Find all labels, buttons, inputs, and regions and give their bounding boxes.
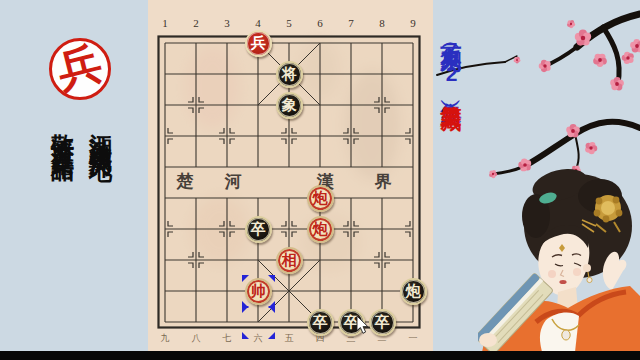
- piece-black-pao[interactable]: 炮: [400, 278, 427, 305]
- puzzle-name-label: 笑里藏刀: [440, 90, 463, 96]
- piece-character: 卒: [251, 222, 266, 237]
- piece-character: 炮: [313, 222, 328, 237]
- series-label: 万集系列（72集）: [440, 30, 463, 90]
- episode-title: 万集系列（72集）笑里藏刀: [437, 30, 465, 345]
- scroll: [478, 273, 554, 352]
- pieces-grid: 兵将象炮卒炮相帅炮卒卒卒: [150, 28, 429, 338]
- gold-flower-ornament: [594, 195, 623, 232]
- piece-character: 象: [282, 98, 297, 113]
- gold-sprig: [582, 220, 596, 232]
- piece-character: 兵: [251, 36, 266, 51]
- hand-holding-scroll: [479, 333, 497, 347]
- piece-red-pao[interactable]: 炮: [307, 216, 334, 243]
- forehead-ornament: [559, 244, 565, 252]
- selection-marker: [245, 309, 272, 336]
- piece-black-zu[interactable]: 卒: [369, 309, 396, 336]
- piece-black-zu[interactable]: 卒: [307, 309, 334, 336]
- jade-hairpin: [538, 190, 558, 205]
- raised-hand: [603, 252, 627, 290]
- piece-black-xiang[interactable]: 象: [276, 92, 303, 119]
- piece-black-zu[interactable]: 卒: [338, 309, 365, 336]
- channel-title-text: 江湖象棋残局天地: [86, 116, 117, 346]
- piece-black-zu[interactable]: 卒: [245, 216, 272, 243]
- soldier-badge-logo: 兵: [49, 38, 111, 100]
- badge-character: 兵: [51, 33, 108, 101]
- piece-red-pao[interactable]: 炮: [307, 185, 334, 212]
- piece-red-xiang[interactable]: 相: [276, 247, 303, 274]
- piece-character: 相: [282, 253, 297, 268]
- pearl-earring: [587, 277, 592, 282]
- subscribe-prompt-text: 敬请关注万集精品: [48, 116, 79, 346]
- gold-necklace: [552, 319, 579, 330]
- piece-character: 卒: [313, 315, 328, 330]
- piece-red-shuai[interactable]: 帅: [245, 278, 272, 305]
- piece-character: 帅: [251, 284, 266, 299]
- piece-red-bing[interactable]: 兵: [245, 30, 272, 57]
- piece-character: 炮: [406, 284, 421, 299]
- piece-character: 炮: [313, 191, 328, 206]
- video-frame: 123456789九八七六五四三二一楚河漢界 兵将象炮卒炮相帅炮卒卒卒 兵 江湖…: [0, 0, 640, 360]
- piece-character: 卒: [375, 315, 390, 330]
- woman-illustration: [478, 168, 640, 352]
- piece-character: 将: [282, 67, 297, 82]
- letterbox-bar: [0, 351, 640, 360]
- piece-character: 卒: [344, 315, 359, 330]
- piece-black-jiang[interactable]: 将: [276, 61, 303, 88]
